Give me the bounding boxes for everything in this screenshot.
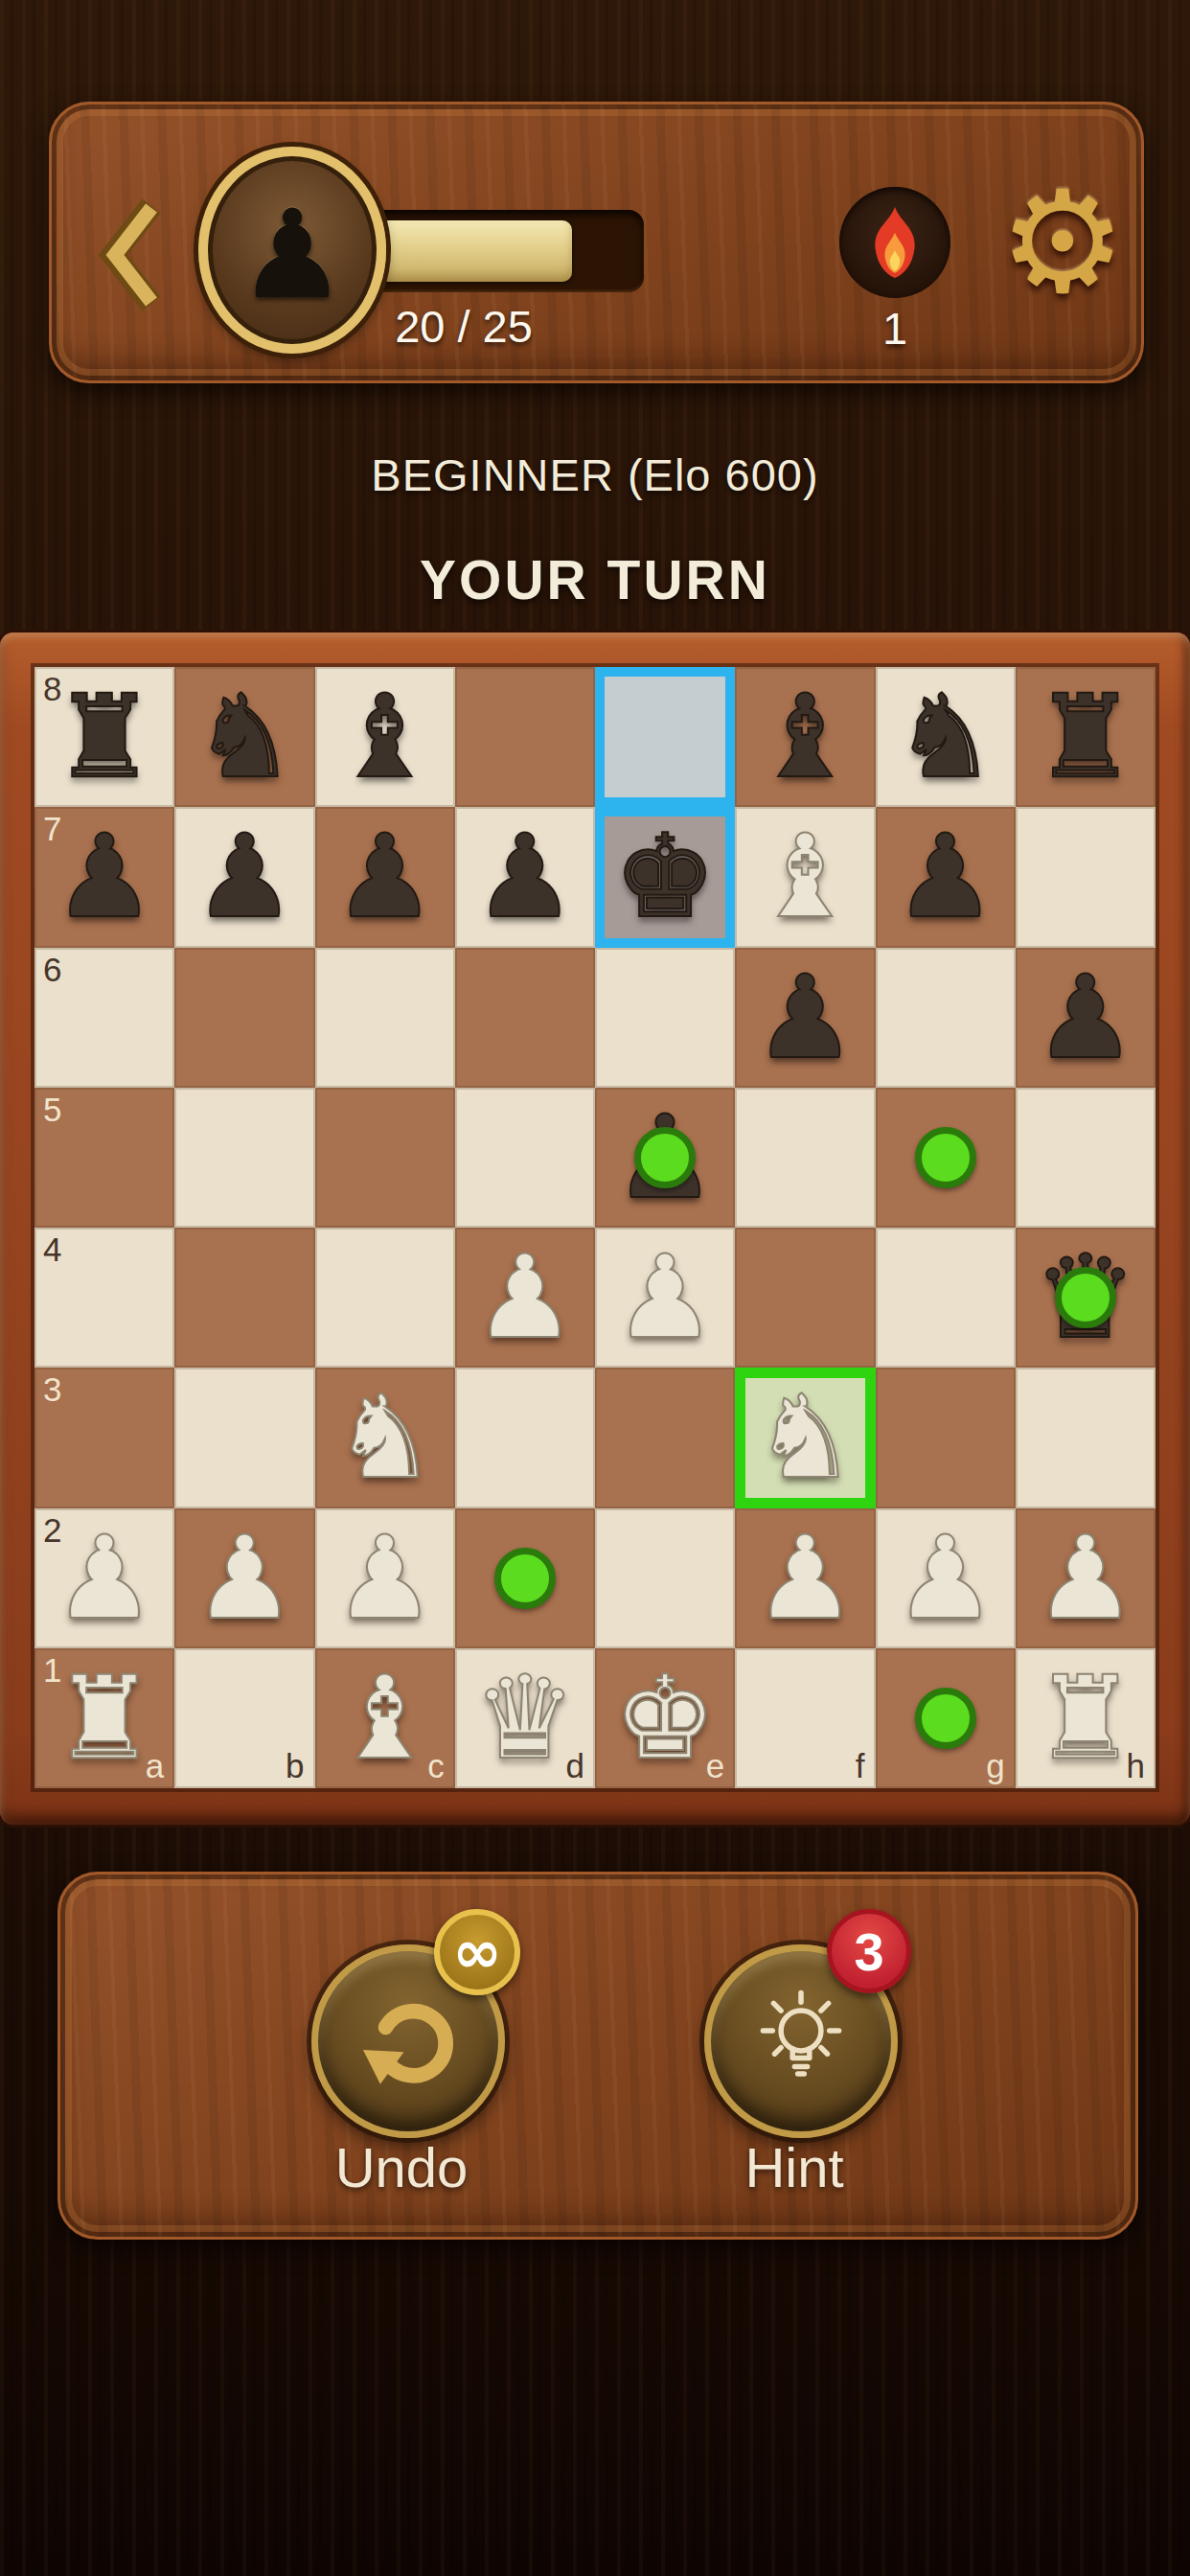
square-f2[interactable]: ♟ (735, 1508, 875, 1648)
legal-move-dot (915, 1688, 976, 1749)
square-h7[interactable] (1016, 807, 1156, 947)
square-g7[interactable]: ♟ (876, 807, 1016, 947)
square-d3[interactable] (455, 1368, 595, 1507)
square-g8[interactable]: ♞ (876, 667, 1016, 807)
square-d7[interactable]: ♟ (455, 807, 595, 947)
piece-white-pawn: ♟ (876, 1508, 1016, 1648)
piece-white-knight: ♞ (735, 1368, 875, 1507)
square-e2[interactable] (595, 1508, 735, 1648)
square-h1[interactable]: ♜h (1016, 1648, 1156, 1788)
square-f1[interactable]: f (735, 1648, 875, 1788)
piece-white-pawn: ♟ (595, 1228, 735, 1368)
square-c5[interactable] (315, 1088, 455, 1228)
back-button[interactable] (92, 196, 169, 313)
rank-label: 5 (43, 1091, 61, 1129)
square-h6[interactable]: ♟ (1016, 948, 1156, 1088)
square-h2[interactable]: ♟ (1016, 1508, 1156, 1648)
rank-label: 6 (43, 951, 61, 989)
square-c7[interactable]: ♟ (315, 807, 455, 947)
square-b3[interactable] (174, 1368, 314, 1507)
rank-label: 3 (43, 1370, 61, 1409)
rank-label: 1 (43, 1651, 61, 1690)
square-c8[interactable]: ♝ (315, 667, 455, 807)
square-e6[interactable] (595, 948, 735, 1088)
piece-white-bishop: ♝ (735, 807, 875, 947)
gear-icon: ⚙ (999, 171, 1127, 314)
square-h8[interactable]: ♜ (1016, 667, 1156, 807)
square-b2[interactable]: ♟ (174, 1508, 314, 1648)
piece-black-pawn: ♟ (876, 807, 1016, 947)
file-label: h (1127, 1747, 1145, 1785)
square-a3[interactable]: 3 (34, 1368, 174, 1507)
square-e3[interactable] (595, 1368, 735, 1507)
settings-button[interactable]: ⚙ (991, 168, 1134, 317)
rank-label: 7 (43, 810, 61, 848)
square-f3[interactable]: ♞ (735, 1368, 875, 1507)
piece-white-pawn: ♟ (315, 1508, 455, 1648)
square-c2[interactable]: ♟ (315, 1508, 455, 1648)
piece-white-pawn: ♟ (1016, 1508, 1156, 1648)
square-d6[interactable] (455, 948, 595, 1088)
bottom-action-panel: ∞ Undo 3 Hint (57, 1872, 1138, 2240)
file-label: d (566, 1747, 584, 1785)
hint-label: Hint (651, 2135, 938, 2199)
square-g5[interactable] (876, 1088, 1016, 1228)
piece-black-pawn: ♟ (174, 807, 314, 947)
square-c4[interactable] (315, 1228, 455, 1368)
square-h4[interactable]: ♛ (1016, 1228, 1156, 1368)
piece-black-pawn: ♟ (1016, 948, 1156, 1088)
rank-label: 8 (43, 670, 61, 708)
piece-white-knight: ♞ (315, 1368, 455, 1507)
legal-move-dot (494, 1548, 556, 1609)
legal-move-dot (634, 1127, 696, 1188)
square-a8[interactable]: ♜8 (34, 667, 174, 807)
square-g6[interactable] (876, 948, 1016, 1088)
difficulty-label: BEGINNER (Elo 600) (0, 448, 1190, 501)
legal-move-dot (915, 1127, 976, 1188)
square-a2[interactable]: ♟2 (34, 1508, 174, 1648)
piece-black-bishop: ♝ (735, 667, 875, 807)
piece-white-pawn: ♟ (455, 1228, 595, 1368)
square-d5[interactable] (455, 1088, 595, 1228)
streak-count: 1 (839, 302, 950, 355)
square-g4[interactable] (876, 1228, 1016, 1368)
piece-black-knight: ♞ (174, 667, 314, 807)
square-e7[interactable]: ♚ (595, 807, 735, 947)
square-d2[interactable] (455, 1508, 595, 1648)
piece-black-rook: ♜ (1016, 667, 1156, 807)
top-hud-panel: ♟ 20 / 25 1 ⚙ (49, 102, 1144, 383)
file-label: f (856, 1747, 865, 1785)
bulb-icon (748, 1989, 854, 2094)
square-e8[interactable] (595, 667, 735, 807)
file-label: b (286, 1747, 304, 1785)
square-b8[interactable]: ♞ (174, 667, 314, 807)
square-f6[interactable]: ♟ (735, 948, 875, 1088)
hint-count-badge: 3 (827, 1909, 911, 1993)
piece-black-knight: ♞ (876, 667, 1016, 807)
square-a1[interactable]: ♜1a (34, 1648, 174, 1788)
rank-label: 4 (43, 1230, 61, 1269)
flame-icon (865, 203, 925, 282)
back-chevron-icon (92, 196, 169, 313)
file-label: c (427, 1747, 445, 1785)
square-d4[interactable]: ♟ (455, 1228, 595, 1368)
square-e4[interactable]: ♟ (595, 1228, 735, 1368)
piece-white-pawn: ♟ (735, 1508, 875, 1648)
square-g1[interactable]: g (876, 1648, 1016, 1788)
rank-label: 2 (43, 1511, 61, 1550)
square-a6[interactable]: 6 (34, 948, 174, 1088)
square-b1[interactable]: b (174, 1648, 314, 1788)
square-f4[interactable] (735, 1228, 875, 1368)
square-d8[interactable] (455, 667, 595, 807)
square-a5[interactable]: 5 (34, 1088, 174, 1228)
file-label: a (146, 1747, 164, 1785)
square-c6[interactable] (315, 948, 455, 1088)
undo-label: Undo (258, 2135, 545, 2199)
piece-black-pawn: ♟ (455, 807, 595, 947)
piece-white-pawn: ♟ (174, 1508, 314, 1648)
square-g2[interactable]: ♟ (876, 1508, 1016, 1648)
piece-black-pawn: ♟ (735, 948, 875, 1088)
square-d1[interactable]: ♛d (455, 1648, 595, 1788)
square-e1[interactable]: ♚e (595, 1648, 735, 1788)
square-b4[interactable] (174, 1228, 314, 1368)
square-e5[interactable]: ♟ (595, 1088, 735, 1228)
chess-board: ♜8♞♝♝♞♜♟7♟♟♟♚♝♟6♟♟5♟4♟♟♛3♞♞♟2♟♟♟♟♟♜1ab♝c… (34, 667, 1156, 1788)
piece-black-bishop: ♝ (315, 667, 455, 807)
square-g3[interactable] (876, 1368, 1016, 1507)
pawn-icon: ♟ (238, 183, 348, 326)
board-frame: ♜8♞♝♝♞♜♟7♟♟♟♚♝♟6♟♟5♟4♟♟♛3♞♞♟2♟♟♟♟♟♜1ab♝c… (0, 632, 1190, 1825)
piece-black-pawn: ♟ (315, 807, 455, 947)
streak-indicator (839, 187, 950, 298)
level-progress-text: 20 / 25 (339, 300, 588, 353)
square-f5[interactable] (735, 1088, 875, 1228)
legal-move-dot (1055, 1267, 1116, 1328)
square-c3[interactable]: ♞ (315, 1368, 455, 1507)
file-label: e (706, 1747, 724, 1785)
undo-arrow-icon (355, 1988, 462, 2095)
square-b7[interactable]: ♟ (174, 807, 314, 947)
square-f8[interactable]: ♝ (735, 667, 875, 807)
undo-count-badge: ∞ (434, 1909, 520, 1995)
square-b6[interactable] (174, 948, 314, 1088)
square-a4[interactable]: 4 (34, 1228, 174, 1368)
square-h3[interactable] (1016, 1368, 1156, 1507)
level-progress-fill (378, 220, 572, 282)
turn-indicator: YOUR TURN (0, 548, 1190, 611)
square-f7[interactable]: ♝ (735, 807, 875, 947)
file-label: g (986, 1747, 1004, 1785)
square-b5[interactable] (174, 1088, 314, 1228)
square-c1[interactable]: ♝c (315, 1648, 455, 1788)
square-a7[interactable]: ♟7 (34, 807, 174, 947)
piece-black-king: ♚ (595, 807, 735, 947)
level-progress-bar (368, 210, 644, 292)
square-h5[interactable] (1016, 1088, 1156, 1228)
